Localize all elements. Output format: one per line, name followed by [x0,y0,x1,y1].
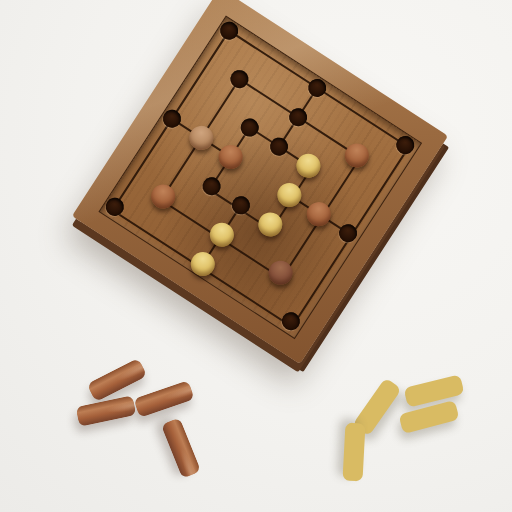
morris-board [72,0,448,364]
yellow-peg-e3[interactable] [254,208,287,241]
drilled-hole [267,134,292,159]
brown-loose-peg-1[interactable] [87,358,148,402]
brown-peg-c4[interactable] [214,140,247,173]
yellow-loose-peg-4[interactable] [342,423,365,482]
drilled-hole [199,174,224,199]
drilled-hole [336,221,361,246]
drilled-hole [102,194,127,219]
brown-loose-peg-2[interactable] [76,395,137,427]
yellow-peg-e4[interactable] [273,178,306,211]
brown-loose-peg-4[interactable] [161,417,201,478]
brown-peg-f4[interactable] [302,198,335,231]
drilled-hole [286,105,311,130]
brown-loose-peg-3[interactable] [133,380,194,418]
yellow-loose-peg-1[interactable] [403,374,464,407]
board-grid [91,7,430,346]
point-g1[interactable] [267,297,315,345]
yellow-peg-d2[interactable] [205,218,238,251]
point-a1[interactable] [91,183,139,231]
drilled-hole [278,309,303,334]
drilled-hole [217,18,242,43]
brown-peg-f6[interactable] [340,139,373,172]
drilled-hole [305,75,330,100]
drilled-hole [393,133,418,158]
point-b6[interactable] [215,55,263,103]
brown-peg-b4[interactable] [185,121,218,154]
drilled-hole [227,67,252,92]
point-f6[interactable] [333,131,381,179]
yellow-peg-e5[interactable] [292,149,325,182]
point-a7[interactable] [205,7,253,55]
drilled-hole [159,106,184,131]
point-f2[interactable] [256,249,304,297]
drilled-hole [237,115,262,140]
product-photo-scene [0,0,512,512]
yellow-loose-peg-2[interactable] [398,400,459,434]
drilled-hole [228,193,253,218]
brown-peg-b2[interactable] [147,180,180,213]
point-b2[interactable] [139,172,187,220]
brown-peg-f2[interactable] [264,256,297,289]
point-g7[interactable] [381,121,429,169]
yellow-peg-d1[interactable] [186,247,219,280]
